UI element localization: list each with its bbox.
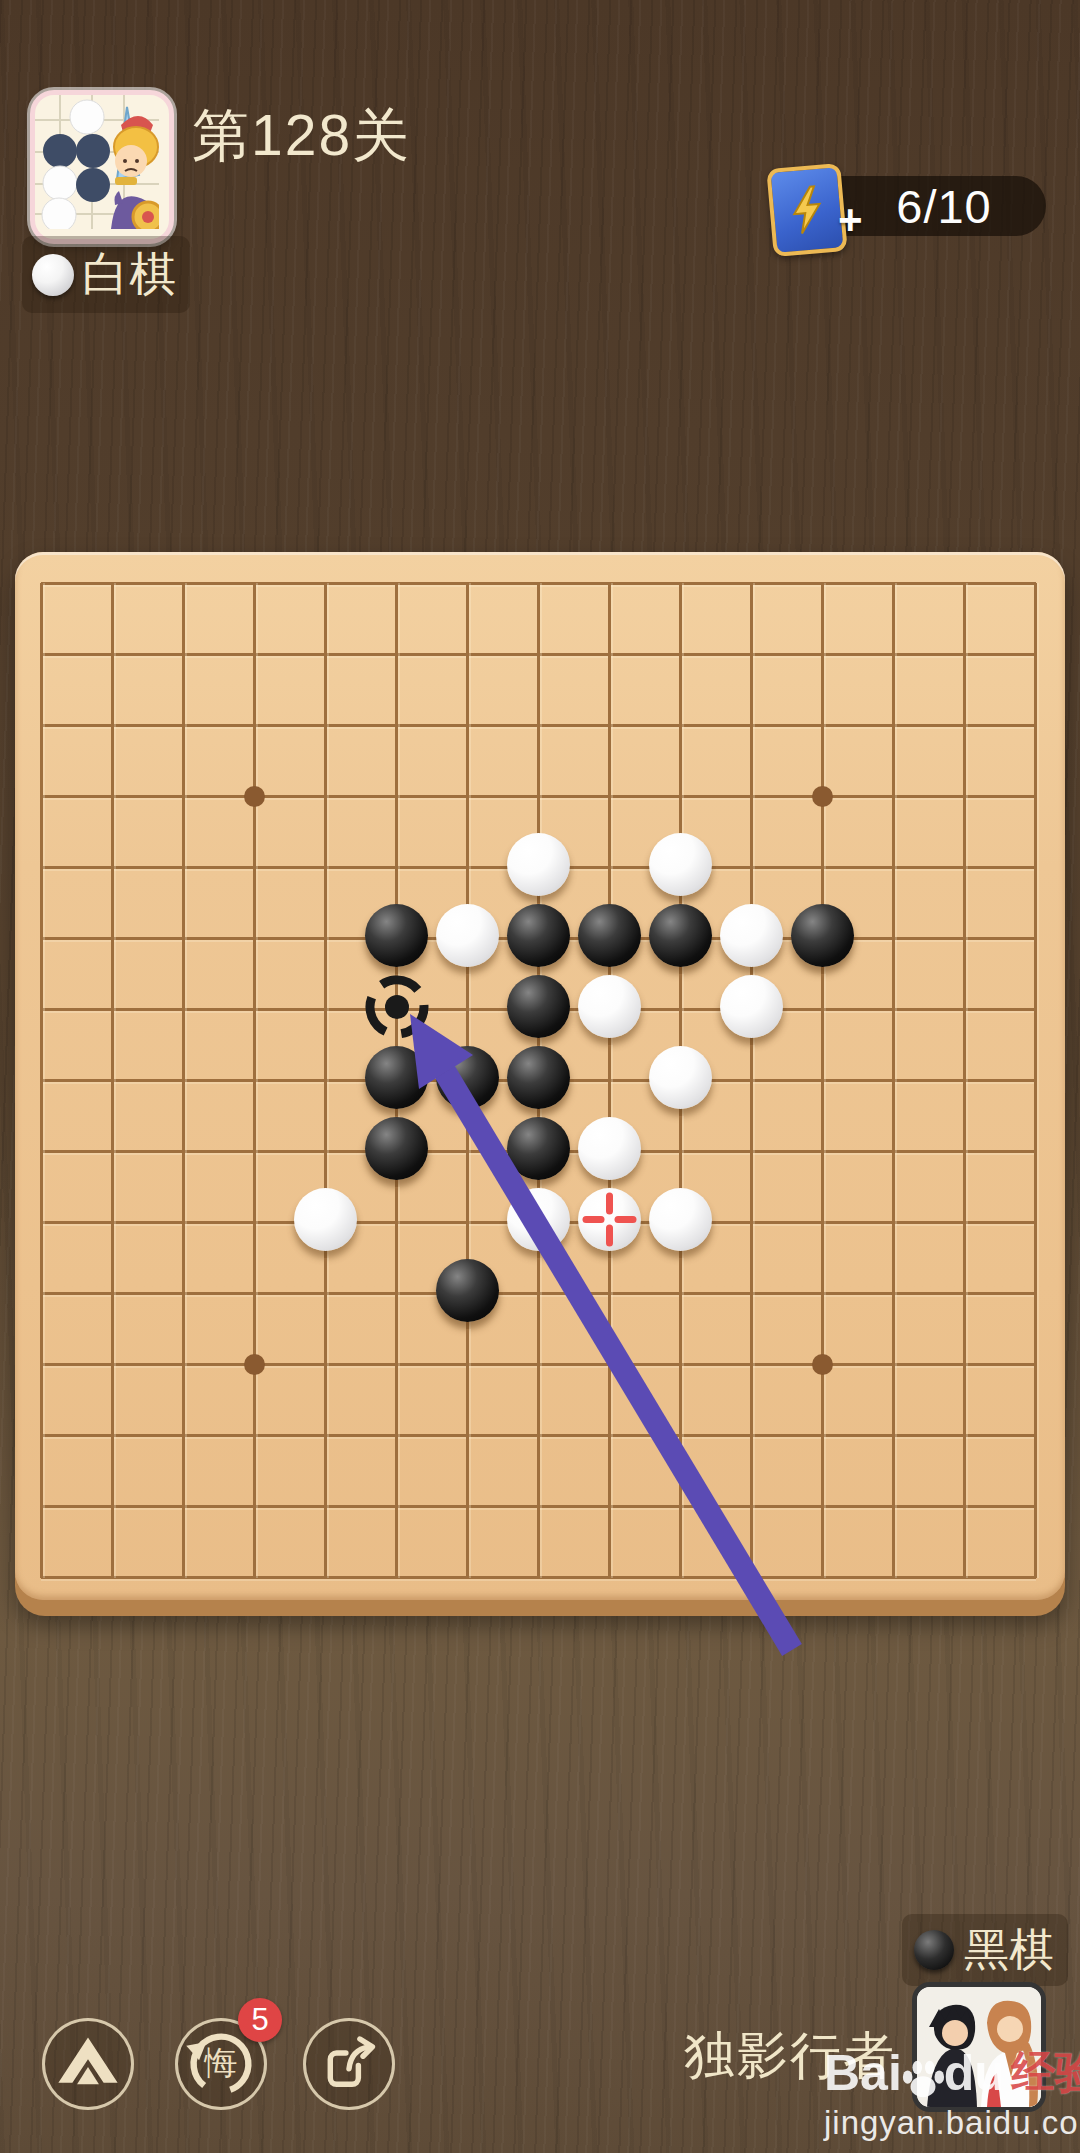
intersection-13-14[interactable] [929, 1542, 1000, 1600]
star-point [244, 1354, 265, 1375]
intersection-8-0[interactable] [574, 552, 645, 619]
intersection-2-13[interactable] [148, 1471, 219, 1542]
intersection-13-5[interactable] [929, 903, 1000, 974]
intersection-5-14[interactable] [361, 1542, 432, 1600]
watermark-jingyan: 经验 [1011, 2043, 1080, 2102]
star-point [812, 786, 833, 807]
intersection-10-11[interactable] [716, 1329, 787, 1400]
intersection-13-11[interactable] [929, 1329, 1000, 1400]
intersection-7-1[interactable] [503, 619, 574, 690]
intersection-6-14[interactable] [432, 1542, 503, 1600]
black-stone [649, 904, 712, 967]
intersection-6-1[interactable] [432, 619, 503, 690]
app-level-icon [30, 90, 174, 244]
intersection-0-12[interactable] [15, 1400, 77, 1471]
intersection-3-0[interactable] [219, 552, 290, 619]
intersection-14-5[interactable] [1000, 903, 1065, 974]
intersection-8-1[interactable] [574, 619, 645, 690]
black-stone [507, 1117, 570, 1180]
intersection-9-11[interactable] [645, 1329, 716, 1400]
intersection-14-14[interactable] [1000, 1542, 1065, 1600]
undo-count-badge: 5 [238, 1998, 282, 2042]
intersection-3-12[interactable] [219, 1400, 290, 1471]
intersection-3-8[interactable] [219, 1116, 290, 1187]
intersection-6-8[interactable] [432, 1116, 503, 1187]
intersection-7-6[interactable] [503, 974, 574, 1045]
plus-icon[interactable]: + [838, 196, 863, 244]
intersection-11-7[interactable] [787, 1045, 858, 1116]
intersection-4-13[interactable] [290, 1471, 361, 1542]
intersection-10-0[interactable] [716, 552, 787, 619]
intersection-13-2[interactable] [929, 690, 1000, 761]
intersection-12-3[interactable] [858, 761, 929, 832]
baidu-paw-icon [900, 2056, 946, 2106]
intersection-3-11[interactable] [219, 1329, 290, 1400]
intersection-0-2[interactable] [15, 690, 77, 761]
intersection-11-13[interactable] [787, 1471, 858, 1542]
intersection-6-4[interactable] [432, 832, 503, 903]
intersection-0-10[interactable] [15, 1258, 77, 1329]
intersection-13-13[interactable] [929, 1471, 1000, 1542]
lightning-icon [788, 184, 826, 237]
energy-card-button[interactable] [766, 163, 847, 257]
intersection-2-8[interactable] [148, 1116, 219, 1187]
intersection-11-11[interactable] [787, 1329, 858, 1400]
intersection-8-9[interactable] [574, 1187, 645, 1258]
intersection-4-3[interactable] [290, 761, 361, 832]
opponent-side-label: 黑棋 [902, 1914, 1068, 1986]
intersection-7-11[interactable] [503, 1329, 574, 1400]
intersection-8-4[interactable] [574, 832, 645, 903]
expand-button[interactable] [42, 2018, 134, 2110]
intersection-14-9[interactable] [1000, 1187, 1065, 1258]
white-stone [578, 975, 641, 1038]
intersection-2-9[interactable] [148, 1187, 219, 1258]
intersection-4-8[interactable] [290, 1116, 361, 1187]
white-stone [649, 1046, 712, 1109]
board-face [15, 552, 1065, 1600]
level-icon-art [35, 95, 159, 229]
intersection-7-5[interactable] [503, 903, 574, 974]
black-stone [507, 904, 570, 967]
intersection-11-14[interactable] [787, 1542, 858, 1600]
intersection-6-11[interactable] [432, 1329, 503, 1400]
watermark-brand-row: Bai du 经验 [824, 2038, 1080, 2102]
intersection-13-10[interactable] [929, 1258, 1000, 1329]
intersection-3-6[interactable] [219, 974, 290, 1045]
energy-value: 6/10 [860, 179, 991, 234]
intersection-6-13[interactable] [432, 1471, 503, 1542]
intersection-9-13[interactable] [645, 1471, 716, 1542]
intersection-10-14[interactable] [716, 1542, 787, 1600]
white-stone [649, 1188, 712, 1251]
intersection-6-3[interactable] [432, 761, 503, 832]
share-button[interactable] [303, 2018, 395, 2110]
intersection-7-2[interactable] [503, 690, 574, 761]
white-stone [507, 833, 570, 896]
intersection-12-11[interactable] [858, 1329, 929, 1400]
intersection-2-2[interactable] [148, 690, 219, 761]
mountain-chevron-icon [49, 2025, 127, 2103]
intersection-7-10[interactable] [503, 1258, 574, 1329]
black-stone [578, 904, 641, 967]
intersection-5-7[interactable] [361, 1045, 432, 1116]
watermark-bai: Bai [824, 2044, 902, 2102]
intersection-6-2[interactable] [432, 690, 503, 761]
black-stone [436, 1046, 499, 1109]
intersection-12-5[interactable] [858, 903, 929, 974]
intersection-3-10[interactable] [219, 1258, 290, 1329]
intersection-3-1[interactable] [219, 619, 290, 690]
intersection-12-4[interactable] [858, 832, 929, 903]
intersection-11-9[interactable] [787, 1187, 858, 1258]
intersection-9-7[interactable] [645, 1045, 716, 1116]
white-stone [507, 1188, 570, 1251]
intersection-1-13[interactable] [77, 1471, 148, 1542]
intersection-12-13[interactable] [858, 1471, 929, 1542]
intersection-4-10[interactable] [290, 1258, 361, 1329]
intersection-4-11[interactable] [290, 1329, 361, 1400]
intersection-2-7[interactable] [148, 1045, 219, 1116]
intersection-1-3[interactable] [77, 761, 148, 832]
intersection-9-5[interactable] [645, 903, 716, 974]
intersection-13-3[interactable] [929, 761, 1000, 832]
intersection-10-2[interactable] [716, 690, 787, 761]
black-stone [365, 1046, 428, 1109]
intersection-13-6[interactable] [929, 974, 1000, 1045]
intersection-1-6[interactable] [77, 974, 148, 1045]
board-grid[interactable] [15, 552, 1065, 1600]
white-stone [578, 1117, 641, 1180]
intersection-14-1[interactable] [1000, 619, 1065, 690]
intersection-4-6[interactable] [290, 974, 361, 1045]
white-stone [436, 904, 499, 967]
intersection-6-7[interactable] [432, 1045, 503, 1116]
intersection-14-0[interactable] [1000, 552, 1065, 619]
intersection-9-12[interactable] [645, 1400, 716, 1471]
intersection-2-14[interactable] [148, 1542, 219, 1600]
intersection-5-5[interactable] [361, 903, 432, 974]
intersection-10-3[interactable] [716, 761, 787, 832]
intersection-13-4[interactable] [929, 832, 1000, 903]
opponent-side-text: 黑棋 [964, 1920, 1054, 1980]
intersection-3-9[interactable] [219, 1187, 290, 1258]
intersection-7-13[interactable] [503, 1471, 574, 1542]
intersection-11-12[interactable] [787, 1400, 858, 1471]
intersection-4-5[interactable] [290, 903, 361, 974]
intersection-7-7[interactable] [503, 1045, 574, 1116]
intersection-0-9[interactable] [15, 1187, 77, 1258]
intersection-6-10[interactable] [432, 1258, 503, 1329]
intersection-9-3[interactable] [645, 761, 716, 832]
intersection-9-2[interactable] [645, 690, 716, 761]
intersection-8-10[interactable] [574, 1258, 645, 1329]
intersection-0-1[interactable] [15, 619, 77, 690]
intersection-8-11[interactable] [574, 1329, 645, 1400]
baidu-watermark: Bai du 经验 jingyan.baidu.com [824, 2038, 1080, 2142]
black-stone-icon [914, 1930, 954, 1970]
intersection-2-0[interactable] [148, 552, 219, 619]
intersection-14-13[interactable] [1000, 1471, 1065, 1542]
intersection-10-4[interactable] [716, 832, 787, 903]
intersection-11-1[interactable] [787, 619, 858, 690]
intersection-7-8[interactable] [503, 1116, 574, 1187]
intersection-10-5[interactable] [716, 903, 787, 974]
intersection-1-10[interactable] [77, 1258, 148, 1329]
intersection-10-9[interactable] [716, 1187, 787, 1258]
intersection-8-7[interactable] [574, 1045, 645, 1116]
intersection-7-4[interactable] [503, 832, 574, 903]
intersection-2-4[interactable] [148, 832, 219, 903]
intersection-8-2[interactable] [574, 690, 645, 761]
star-point [244, 786, 265, 807]
intersection-0-0[interactable] [15, 552, 77, 619]
intersection-5-2[interactable] [361, 690, 432, 761]
intersection-4-2[interactable] [290, 690, 361, 761]
intersection-9-14[interactable] [645, 1542, 716, 1600]
intersection-6-12[interactable] [432, 1400, 503, 1471]
intersection-1-5[interactable] [77, 903, 148, 974]
intersection-4-12[interactable] [290, 1400, 361, 1471]
intersection-10-13[interactable] [716, 1471, 787, 1542]
intersection-11-4[interactable] [787, 832, 858, 903]
intersection-5-13[interactable] [361, 1471, 432, 1542]
intersection-13-0[interactable] [929, 552, 1000, 619]
intersection-4-9[interactable] [290, 1187, 361, 1258]
intersection-2-10[interactable] [148, 1258, 219, 1329]
intersection-12-12[interactable] [858, 1400, 929, 1471]
intersection-9-8[interactable] [645, 1116, 716, 1187]
gomoku-board[interactable] [15, 552, 1065, 1616]
player-side-label: 白棋 [22, 236, 190, 313]
level-title: 第128关 [192, 98, 411, 175]
intersection-5-1[interactable] [361, 619, 432, 690]
intersection-13-12[interactable] [929, 1400, 1000, 1471]
black-stone [791, 904, 854, 967]
intersection-1-9[interactable] [77, 1187, 148, 1258]
intersection-14-4[interactable] [1000, 832, 1065, 903]
watermark-url: jingyan.baidu.com [824, 2104, 1080, 2142]
intersection-10-12[interactable] [716, 1400, 787, 1471]
intersection-6-5[interactable] [432, 903, 503, 974]
intersection-0-7[interactable] [15, 1045, 77, 1116]
intersection-7-9[interactable] [503, 1187, 574, 1258]
intersection-12-6[interactable] [858, 974, 929, 1045]
black-stone [365, 904, 428, 967]
intersection-8-6[interactable] [574, 974, 645, 1045]
intersection-13-9[interactable] [929, 1187, 1000, 1258]
intersection-10-7[interactable] [716, 1045, 787, 1116]
intersection-8-14[interactable] [574, 1542, 645, 1600]
intersection-4-4[interactable] [290, 832, 361, 903]
intersection-12-1[interactable] [858, 619, 929, 690]
intersection-14-12[interactable] [1000, 1400, 1065, 1471]
intersection-1-1[interactable] [77, 619, 148, 690]
intersection-6-6[interactable] [432, 974, 503, 1045]
intersection-11-0[interactable] [787, 552, 858, 619]
white-stone [294, 1188, 357, 1251]
intersection-14-11[interactable] [1000, 1329, 1065, 1400]
intersection-6-9[interactable] [432, 1187, 503, 1258]
intersection-12-9[interactable] [858, 1187, 929, 1258]
intersection-9-9[interactable] [645, 1187, 716, 1258]
intersection-7-12[interactable] [503, 1400, 574, 1471]
intersection-9-4[interactable] [645, 832, 716, 903]
black-stone [365, 1117, 428, 1180]
intersection-0-6[interactable] [15, 974, 77, 1045]
intersection-5-4[interactable] [361, 832, 432, 903]
intersection-2-1[interactable] [148, 619, 219, 690]
intersection-5-6[interactable] [361, 974, 432, 1045]
intersection-2-6[interactable] [148, 974, 219, 1045]
intersection-14-2[interactable] [1000, 690, 1065, 761]
intersection-9-0[interactable] [645, 552, 716, 619]
intersection-11-3[interactable] [787, 761, 858, 832]
intersection-3-13[interactable] [219, 1471, 290, 1542]
intersection-2-11[interactable] [148, 1329, 219, 1400]
intersection-14-10[interactable] [1000, 1258, 1065, 1329]
white-stone [578, 1188, 641, 1251]
intersection-5-9[interactable] [361, 1187, 432, 1258]
intersection-3-14[interactable] [219, 1542, 290, 1600]
white-stone [720, 904, 783, 967]
game-screen: 第128关 白棋 6/10 + 悔 5 [0, 0, 1080, 2153]
intersection-12-7[interactable] [858, 1045, 929, 1116]
player-side-text: 白棋 [82, 243, 176, 306]
intersection-2-5[interactable] [148, 903, 219, 974]
intersection-4-14[interactable] [290, 1542, 361, 1600]
intersection-8-13[interactable] [574, 1471, 645, 1542]
intersection-3-3[interactable] [219, 761, 290, 832]
intersection-11-10[interactable] [787, 1258, 858, 1329]
intersection-0-8[interactable] [15, 1116, 77, 1187]
intersection-1-11[interactable] [77, 1329, 148, 1400]
intersection-1-4[interactable] [77, 832, 148, 903]
intersection-0-11[interactable] [15, 1329, 77, 1400]
intersection-11-2[interactable] [787, 690, 858, 761]
intersection-10-10[interactable] [716, 1258, 787, 1329]
intersection-1-14[interactable] [77, 1542, 148, 1600]
black-stone [507, 1046, 570, 1109]
undo-label: 悔 [205, 2041, 238, 2086]
intersection-1-12[interactable] [77, 1400, 148, 1471]
white-stone [720, 975, 783, 1038]
intersection-14-7[interactable] [1000, 1045, 1065, 1116]
intersection-9-10[interactable] [645, 1258, 716, 1329]
intersection-2-12[interactable] [148, 1400, 219, 1471]
intersection-10-1[interactable] [716, 619, 787, 690]
intersection-6-0[interactable] [432, 552, 503, 619]
intersection-3-2[interactable] [219, 690, 290, 761]
intersection-12-8[interactable] [858, 1116, 929, 1187]
intersection-5-12[interactable] [361, 1400, 432, 1471]
share-icon [310, 2025, 388, 2103]
intersection-14-6[interactable] [1000, 974, 1065, 1045]
intersection-4-0[interactable] [290, 552, 361, 619]
intersection-13-8[interactable] [929, 1116, 1000, 1187]
star-point [812, 1354, 833, 1375]
intersection-5-10[interactable] [361, 1258, 432, 1329]
intersection-7-3[interactable] [503, 761, 574, 832]
intersection-9-1[interactable] [645, 619, 716, 690]
intersection-12-2[interactable] [858, 690, 929, 761]
intersection-8-3[interactable] [574, 761, 645, 832]
intersection-9-6[interactable] [645, 974, 716, 1045]
black-stone [436, 1259, 499, 1322]
intersection-3-4[interactable] [219, 832, 290, 903]
intersection-7-14[interactable] [503, 1542, 574, 1600]
intersection-5-11[interactable] [361, 1329, 432, 1400]
intersection-12-10[interactable] [858, 1258, 929, 1329]
intersection-2-3[interactable] [148, 761, 219, 832]
intersection-8-12[interactable] [574, 1400, 645, 1471]
intersection-7-0[interactable] [503, 552, 574, 619]
black-stone [507, 975, 570, 1038]
intersection-3-5[interactable] [219, 903, 290, 974]
intersection-14-3[interactable] [1000, 761, 1065, 832]
intersection-0-3[interactable] [15, 761, 77, 832]
intersection-0-4[interactable] [15, 832, 77, 903]
intersection-8-8[interactable] [574, 1116, 645, 1187]
white-stone [649, 833, 712, 896]
intersection-5-8[interactable] [361, 1116, 432, 1187]
intersection-13-7[interactable] [929, 1045, 1000, 1116]
intersection-3-7[interactable] [219, 1045, 290, 1116]
intersection-11-6[interactable] [787, 974, 858, 1045]
intersection-1-8[interactable] [77, 1116, 148, 1187]
intersection-11-5[interactable] [787, 903, 858, 974]
intersection-0-13[interactable] [15, 1471, 77, 1542]
intersection-10-6[interactable] [716, 974, 787, 1045]
intersection-4-1[interactable] [290, 619, 361, 690]
intersection-1-2[interactable] [77, 690, 148, 761]
intersection-10-8[interactable] [716, 1116, 787, 1187]
intersection-1-0[interactable] [77, 552, 148, 619]
intersection-8-5[interactable] [574, 903, 645, 974]
intersection-0-14[interactable] [15, 1542, 77, 1600]
intersection-1-7[interactable] [77, 1045, 148, 1116]
intersection-11-8[interactable] [787, 1116, 858, 1187]
intersection-5-0[interactable] [361, 552, 432, 619]
intersection-13-1[interactable] [929, 619, 1000, 690]
intersection-5-3[interactable] [361, 761, 432, 832]
white-stone-icon [32, 254, 74, 296]
intersection-12-14[interactable] [858, 1542, 929, 1600]
watermark-du: du [944, 2044, 1005, 2102]
intersection-4-7[interactable] [290, 1045, 361, 1116]
intersection-14-8[interactable] [1000, 1116, 1065, 1187]
intersection-12-0[interactable] [858, 552, 929, 619]
intersection-0-5[interactable] [15, 903, 77, 974]
